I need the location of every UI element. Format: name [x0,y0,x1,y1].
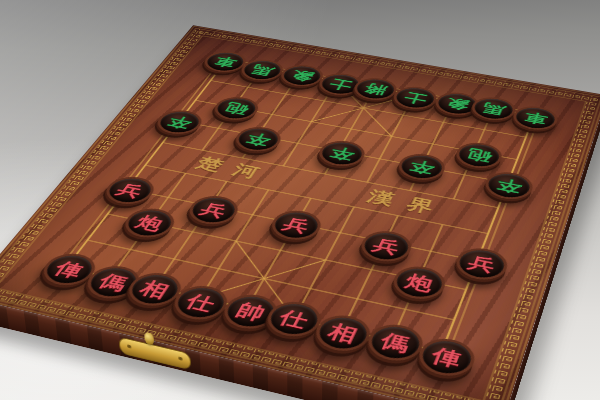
piece-red-帥[interactable]: 帥 [217,290,285,333]
piece-character: 兵 [466,254,498,275]
piece-green-卒[interactable]: 卒 [230,124,287,155]
piece-character: 炮 [403,272,436,293]
piece-red-俥[interactable]: 俥 [35,250,103,290]
piece-green-卒[interactable]: 卒 [313,138,370,170]
piece-red-傌[interactable]: 傌 [362,320,429,365]
stage: 楚河 漢界 車馬象士將士象馬車砲砲卒卒卒卒卒兵兵兵兵兵炮炮俥傌相仕帥仕相傌俥 [0,0,600,400]
piece-character: 傌 [96,272,132,293]
piece-red-俥[interactable]: 俥 [413,334,479,381]
piece-character: 卒 [407,158,436,175]
piece-green-砲[interactable]: 砲 [452,140,506,172]
piece-character: 士 [327,77,354,91]
piece-character: 兵 [280,216,312,235]
piece-red-炮[interactable]: 炮 [117,205,181,242]
piece-character: 砲 [222,101,251,116]
piece-character: 兵 [114,181,146,199]
piece-character: 馬 [480,101,507,116]
piece-red-仕[interactable]: 仕 [260,297,327,341]
piece-character: 卒 [243,131,273,147]
piece-character: 相 [137,278,172,300]
piece-green-卒[interactable]: 卒 [151,107,208,137]
piece-character: 相 [326,321,361,344]
piece-character: 炮 [133,213,166,232]
river-inscription-right: 漢界 [331,180,483,228]
piece-character: 兵 [370,236,402,256]
piece-red-兵[interactable]: 兵 [265,207,327,244]
piece-character: 車 [522,110,549,125]
piece-green-車[interactable]: 車 [509,103,560,132]
piece-red-傌[interactable]: 傌 [79,262,147,303]
xiangqi-board[interactable]: 楚河 漢界 車馬象士將士象馬車砲砲卒卒卒卒卒兵兵兵兵兵炮炮俥傌相仕帥仕相傌俥 [0,25,600,400]
piece-green-砲[interactable]: 砲 [208,94,264,123]
piece-character: 俥 [429,345,464,369]
piece-red-兵[interactable]: 兵 [451,244,512,283]
piece-character: 卒 [494,177,523,195]
piece-character: 馬 [249,63,277,77]
piece-green-卒[interactable]: 卒 [481,169,537,203]
piece-red-相[interactable]: 相 [121,269,189,310]
piece-character: 傌 [378,331,413,355]
piece-character: 兵 [197,201,229,220]
piece-character: 砲 [465,147,493,164]
piece-character: 卒 [327,145,356,162]
piece-red-兵[interactable]: 兵 [182,192,244,228]
piece-green-卒[interactable]: 卒 [394,151,450,184]
piece-character: 車 [211,55,239,69]
piece-red-兵[interactable]: 兵 [355,227,416,265]
piece-character: 俥 [52,259,88,280]
piece-red-仕[interactable]: 仕 [167,282,235,324]
piece-character: 仕 [277,308,312,331]
piece-red-兵[interactable]: 兵 [99,173,161,207]
piece-red-炮[interactable]: 炮 [388,262,451,303]
piece-character: 象 [444,96,471,111]
piece-character: 卒 [165,114,195,129]
piece-character: 帥 [233,300,268,322]
piece-character: 將 [362,82,389,96]
piece-character: 士 [402,90,429,105]
photo-scene: 楚河 漢界 車馬象士將士象馬車砲砲卒卒卒卒卒兵兵兵兵兵炮炮俥傌相仕帥仕相傌俥 [0,0,600,400]
piece-character: 仕 [183,292,218,314]
piece-red-相[interactable]: 相 [309,311,376,356]
piece-character: 象 [288,69,315,83]
